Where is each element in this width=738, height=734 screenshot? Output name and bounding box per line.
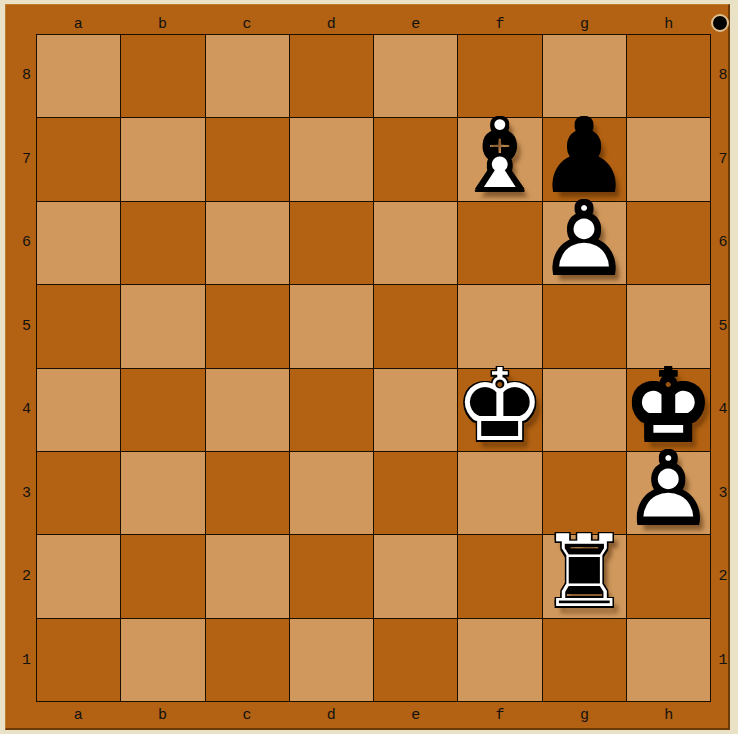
square-e8[interactable]: [374, 35, 457, 117]
board-frame: abcdefgh abcdefgh 87654321 87654321 ♝♗♟♙…: [5, 4, 730, 730]
square-b4[interactable]: [121, 369, 204, 451]
file-label-bottom-c: c: [205, 707, 289, 724]
square-g5[interactable]: [543, 285, 626, 367]
square-b5[interactable]: [121, 285, 204, 367]
square-c1[interactable]: [206, 619, 289, 701]
square-e7[interactable]: [374, 118, 457, 200]
piece-black-king-f4[interactable]: ♚♔: [458, 369, 541, 451]
square-e6[interactable]: [374, 202, 457, 284]
file-labels-top: abcdefgh: [36, 5, 711, 34]
piece-white-bishop-f7[interactable]: ♝♗: [458, 118, 541, 200]
square-a6[interactable]: [37, 202, 120, 284]
square-f2[interactable]: [458, 535, 541, 617]
square-g4[interactable]: [543, 369, 626, 451]
white-pawn-glyph-outline: ♙: [624, 439, 714, 539]
file-label-bottom-e: e: [374, 707, 458, 724]
square-b3[interactable]: [121, 452, 204, 534]
square-d5[interactable]: [290, 285, 373, 367]
piece-white-pawn-h3[interactable]: ♟♙: [627, 452, 710, 534]
square-b1[interactable]: [121, 619, 204, 701]
square-b7[interactable]: [121, 118, 204, 200]
file-label-top-f: f: [458, 16, 542, 34]
square-a4[interactable]: [37, 369, 120, 451]
square-c5[interactable]: [206, 285, 289, 367]
square-c3[interactable]: [206, 452, 289, 534]
chess-diagram-page: abcdefgh abcdefgh 87654321 87654321 ♝♗♟♙…: [0, 0, 738, 734]
rank-label-left-5: 5: [6, 318, 34, 335]
rank-label-right-1: 1: [711, 652, 735, 669]
square-f1[interactable]: [458, 619, 541, 701]
black-rook-glyph-outline: ♖: [539, 522, 629, 622]
rank-label-right-8: 8: [711, 67, 735, 84]
file-label-bottom-h: h: [627, 707, 711, 724]
square-e1[interactable]: [374, 619, 457, 701]
file-label-top-d: d: [289, 16, 373, 34]
file-label-top-h: h: [627, 16, 711, 34]
rank-label-left-4: 4: [6, 401, 34, 418]
rank-label-left-7: 7: [6, 151, 34, 168]
square-a5[interactable]: [37, 285, 120, 367]
square-d8[interactable]: [290, 35, 373, 117]
square-g1[interactable]: [543, 619, 626, 701]
square-e5[interactable]: [374, 285, 457, 367]
rank-label-left-6: 6: [6, 234, 34, 251]
square-h8[interactable]: [627, 35, 710, 117]
file-label-bottom-g: g: [542, 707, 626, 724]
rank-label-left-8: 8: [6, 67, 34, 84]
square-a2[interactable]: [37, 535, 120, 617]
file-labels-bottom: abcdefgh: [36, 702, 711, 728]
file-label-bottom-d: d: [289, 707, 373, 724]
square-c4[interactable]: [206, 369, 289, 451]
rank-label-left-3: 3: [6, 485, 34, 502]
square-e2[interactable]: [374, 535, 457, 617]
square-d6[interactable]: [290, 202, 373, 284]
square-c6[interactable]: [206, 202, 289, 284]
rank-label-right-2: 2: [711, 568, 735, 585]
piece-white-pawn-g6[interactable]: ♟♙: [543, 202, 626, 284]
rank-labels-right: 87654321: [711, 34, 735, 702]
square-h6[interactable]: [627, 202, 710, 284]
rank-label-right-7: 7: [711, 151, 735, 168]
white-bishop-glyph-outline: ♗: [455, 106, 545, 206]
piece-black-rook-g2[interactable]: ♜♖: [543, 535, 626, 617]
square-d1[interactable]: [290, 619, 373, 701]
file-label-bottom-f: f: [458, 707, 542, 724]
chess-board[interactable]: ♝♗♟♙♟♙♚♔♚♔♟♙♜♖: [36, 34, 711, 702]
square-f6[interactable]: [458, 202, 541, 284]
square-b2[interactable]: [121, 535, 204, 617]
file-label-top-g: g: [542, 16, 626, 34]
rank-label-left-1: 1: [6, 652, 34, 669]
square-f3[interactable]: [458, 452, 541, 534]
square-h1[interactable]: [627, 619, 710, 701]
white-pawn-glyph-outline: ♙: [539, 189, 629, 289]
square-c2[interactable]: [206, 535, 289, 617]
file-label-bottom-b: b: [120, 707, 204, 724]
file-label-top-c: c: [205, 16, 289, 34]
square-b8[interactable]: [121, 35, 204, 117]
file-label-top-e: e: [374, 16, 458, 34]
rank-label-right-6: 6: [711, 234, 735, 251]
black-to-move-indicator-icon: [711, 14, 729, 32]
square-c8[interactable]: [206, 35, 289, 117]
square-b6[interactable]: [121, 202, 204, 284]
square-d4[interactable]: [290, 369, 373, 451]
square-h2[interactable]: [627, 535, 710, 617]
file-label-top-a: a: [36, 16, 120, 34]
square-d2[interactable]: [290, 535, 373, 617]
file-label-bottom-a: a: [36, 707, 120, 724]
square-e3[interactable]: [374, 452, 457, 534]
rank-label-left-2: 2: [6, 568, 34, 585]
square-e4[interactable]: [374, 369, 457, 451]
square-a3[interactable]: [37, 452, 120, 534]
square-a1[interactable]: [37, 619, 120, 701]
file-label-top-b: b: [120, 16, 204, 34]
rank-label-right-3: 3: [711, 485, 735, 502]
square-d7[interactable]: [290, 118, 373, 200]
square-a8[interactable]: [37, 35, 120, 117]
square-c7[interactable]: [206, 118, 289, 200]
black-king-glyph-outline: ♔: [455, 356, 545, 456]
rank-label-right-4: 4: [711, 401, 735, 418]
rank-label-right-5: 5: [711, 318, 735, 335]
rank-labels-left: 87654321: [6, 34, 34, 702]
square-h7[interactable]: [627, 118, 710, 200]
square-d3[interactable]: [290, 452, 373, 534]
square-a7[interactable]: [37, 118, 120, 200]
